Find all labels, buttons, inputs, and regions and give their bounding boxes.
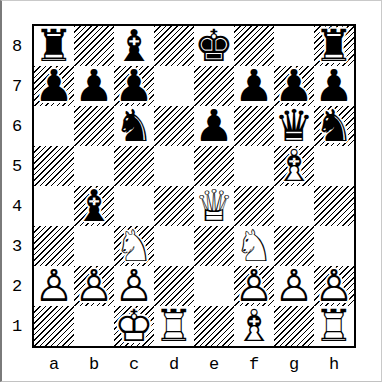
white-queen-outline-glyph: ♕ bbox=[194, 186, 234, 226]
file-labels: abcdefgh bbox=[34, 351, 354, 377]
square-a5[interactable] bbox=[34, 146, 74, 186]
white-king-c1[interactable]: ♚♔ bbox=[114, 306, 154, 346]
square-e2[interactable] bbox=[194, 266, 234, 306]
white-pawn-outline-glyph: ♙ bbox=[34, 266, 74, 306]
black-pawn-glyph: ♟ bbox=[234, 66, 274, 106]
white-bishop-g5[interactable]: ♝♗ bbox=[274, 146, 314, 186]
square-c6[interactable]: ♞ bbox=[114, 106, 154, 146]
square-e6[interactable]: ♟ bbox=[194, 106, 234, 146]
square-d8[interactable] bbox=[154, 26, 194, 66]
black-bishop-glyph: ♝ bbox=[74, 186, 114, 226]
square-h5[interactable] bbox=[314, 146, 354, 186]
square-a2[interactable]: ♟♙ bbox=[34, 266, 74, 306]
square-b6[interactable] bbox=[74, 106, 114, 146]
square-d3[interactable] bbox=[154, 226, 194, 266]
square-d4[interactable] bbox=[154, 186, 194, 226]
white-pawn-g2[interactable]: ♟♙ bbox=[274, 266, 314, 306]
square-f1[interactable]: ♝♗ bbox=[234, 306, 274, 346]
square-b4[interactable]: ♝ bbox=[74, 186, 114, 226]
square-h6[interactable]: ♞ bbox=[314, 106, 354, 146]
white-rook-h1[interactable]: ♜♖ bbox=[314, 306, 354, 346]
square-a4[interactable] bbox=[34, 186, 74, 226]
black-pawn-f7[interactable]: ♟ bbox=[234, 66, 274, 106]
square-b1[interactable] bbox=[74, 306, 114, 346]
rank-label-2: 2 bbox=[4, 266, 30, 306]
rank-label-8: 8 bbox=[4, 26, 30, 66]
file-label-b: b bbox=[74, 351, 114, 377]
square-h4[interactable] bbox=[314, 186, 354, 226]
square-g5[interactable]: ♝♗ bbox=[274, 146, 314, 186]
rank-label-7: 7 bbox=[4, 66, 30, 106]
black-king-e8[interactable]: ♚ bbox=[194, 26, 234, 66]
chess-diagram: 87654321 ♜♝♚♜♟♟♟♟♟♟♞♟♛♞♝♗♝♛♕♞♘♞♘♟♙♟♙♟♙♟♙… bbox=[0, 0, 382, 382]
file-label-f: f bbox=[234, 351, 274, 377]
white-pawn-b2[interactable]: ♟♙ bbox=[74, 266, 114, 306]
black-pawn-a7[interactable]: ♟ bbox=[34, 66, 74, 106]
black-pawn-glyph: ♟ bbox=[194, 106, 234, 146]
black-knight-c6[interactable]: ♞ bbox=[114, 106, 154, 146]
square-f5[interactable] bbox=[234, 146, 274, 186]
white-pawn-a2[interactable]: ♟♙ bbox=[34, 266, 74, 306]
file-label-h: h bbox=[314, 351, 354, 377]
black-pawn-b7[interactable]: ♟ bbox=[74, 66, 114, 106]
square-e3[interactable] bbox=[194, 226, 234, 266]
square-a7[interactable]: ♟ bbox=[34, 66, 74, 106]
rank-labels: 87654321 bbox=[4, 26, 30, 346]
square-f7[interactable]: ♟ bbox=[234, 66, 274, 106]
square-g4[interactable] bbox=[274, 186, 314, 226]
file-label-a: a bbox=[34, 351, 74, 377]
white-rook-outline-glyph: ♖ bbox=[314, 306, 354, 346]
black-knight-glyph: ♞ bbox=[114, 106, 154, 146]
square-b2[interactable]: ♟♙ bbox=[74, 266, 114, 306]
square-a6[interactable] bbox=[34, 106, 74, 146]
rank-label-1: 1 bbox=[4, 306, 30, 346]
square-c5[interactable] bbox=[114, 146, 154, 186]
square-a1[interactable] bbox=[34, 306, 74, 346]
square-d1[interactable]: ♜♖ bbox=[154, 306, 194, 346]
square-d5[interactable] bbox=[154, 146, 194, 186]
black-pawn-glyph: ♟ bbox=[34, 66, 74, 106]
white-bishop-f1[interactable]: ♝♗ bbox=[234, 306, 274, 346]
black-king-glyph: ♚ bbox=[194, 26, 234, 66]
square-e4[interactable]: ♛♕ bbox=[194, 186, 234, 226]
white-queen-e4[interactable]: ♛♕ bbox=[194, 186, 234, 226]
rank-label-4: 4 bbox=[4, 186, 30, 226]
black-bishop-b4[interactable]: ♝ bbox=[74, 186, 114, 226]
square-g2[interactable]: ♟♙ bbox=[274, 266, 314, 306]
square-h1[interactable]: ♜♖ bbox=[314, 306, 354, 346]
rank-label-5: 5 bbox=[4, 146, 30, 186]
black-pawn-e6[interactable]: ♟ bbox=[194, 106, 234, 146]
square-b7[interactable]: ♟ bbox=[74, 66, 114, 106]
square-c1[interactable]: ♚♔ bbox=[114, 306, 154, 346]
white-rook-outline-glyph: ♖ bbox=[154, 306, 194, 346]
file-label-g: g bbox=[274, 351, 314, 377]
square-g1[interactable] bbox=[274, 306, 314, 346]
white-bishop-outline-glyph: ♗ bbox=[274, 146, 314, 186]
black-pawn-glyph: ♟ bbox=[74, 66, 114, 106]
square-e1[interactable] bbox=[194, 306, 234, 346]
square-f6[interactable] bbox=[234, 106, 274, 146]
white-bishop-outline-glyph: ♗ bbox=[234, 306, 274, 346]
square-d6[interactable] bbox=[154, 106, 194, 146]
white-king-outline-glyph: ♔ bbox=[114, 306, 154, 346]
board: ♜♝♚♜♟♟♟♟♟♟♞♟♛♞♝♗♝♛♕♞♘♞♘♟♙♟♙♟♙♟♙♟♙♟♙♚♔♜♖♝… bbox=[32, 24, 356, 348]
file-label-d: d bbox=[154, 351, 194, 377]
file-label-c: c bbox=[114, 351, 154, 377]
rank-label-3: 3 bbox=[4, 226, 30, 266]
black-knight-glyph: ♞ bbox=[314, 106, 354, 146]
file-label-e: e bbox=[194, 351, 234, 377]
white-rook-d1[interactable]: ♜♖ bbox=[154, 306, 194, 346]
square-d7[interactable] bbox=[154, 66, 194, 106]
square-e8[interactable]: ♚ bbox=[194, 26, 234, 66]
white-pawn-outline-glyph: ♙ bbox=[274, 266, 314, 306]
rank-label-6: 6 bbox=[4, 106, 30, 146]
black-knight-h6[interactable]: ♞ bbox=[314, 106, 354, 146]
white-pawn-outline-glyph: ♙ bbox=[74, 266, 114, 306]
